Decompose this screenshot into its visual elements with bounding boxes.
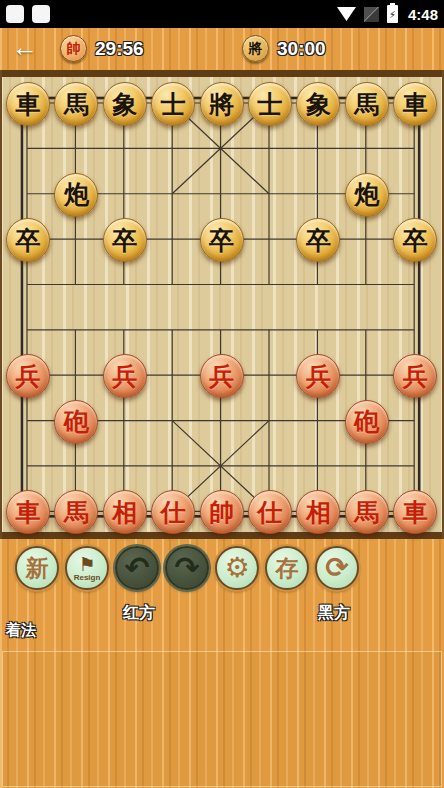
red-soldier[interactable]: 兵 xyxy=(393,354,437,398)
red-clock-time: 29:56 xyxy=(95,38,144,60)
redo-button[interactable]: ↷ xyxy=(165,546,209,590)
red-side-label: 红方 xyxy=(123,603,155,624)
black-advisor[interactable]: 士 xyxy=(248,82,292,126)
toolbar: 新⚑Resign↶↷⚙存⟳ xyxy=(15,546,359,590)
black-cannon[interactable]: 炮 xyxy=(345,173,389,217)
red-advisor[interactable]: 仕 xyxy=(151,490,195,534)
black-general[interactable]: 將 xyxy=(200,82,244,126)
black-horse[interactable]: 馬 xyxy=(345,82,389,126)
red-chariot[interactable]: 車 xyxy=(6,490,50,534)
black-soldier[interactable]: 卒 xyxy=(393,218,437,262)
save-button[interactable]: 存 xyxy=(265,546,309,590)
notification-icon xyxy=(32,5,50,23)
red-soldier[interactable]: 兵 xyxy=(200,354,244,398)
black-general-icon: 將 xyxy=(242,35,269,62)
red-cannon[interactable]: 砲 xyxy=(345,400,389,444)
black-advisor[interactable]: 士 xyxy=(151,82,195,126)
header-bar: ← 帥 29:56 將 30:00 xyxy=(0,28,444,70)
black-soldier[interactable]: 卒 xyxy=(296,218,340,262)
wifi-icon xyxy=(337,7,356,21)
back-button[interactable]: ← xyxy=(12,32,38,63)
app-screen: ⚡ 4:48 ← 帥 29:56 將 30:00 車馬象士將士象馬車炮炮卒卒卒卒… xyxy=(0,0,444,788)
notification-icon xyxy=(6,5,24,23)
red-general[interactable]: 帥 xyxy=(200,490,244,534)
red-soldier[interactable]: 兵 xyxy=(103,354,147,398)
black-soldier[interactable]: 卒 xyxy=(200,218,244,262)
pieces-layer: 車馬象士將士象馬車炮炮卒卒卒卒卒兵兵兵兵兵砲砲車馬相仕帥仕相馬車 xyxy=(0,70,444,539)
black-clock-time: 30:00 xyxy=(277,38,326,60)
black-chariot[interactable]: 車 xyxy=(393,82,437,126)
black-clock: 將 30:00 xyxy=(242,35,326,62)
black-side-label: 黑方 xyxy=(318,603,350,624)
move-list-panel[interactable] xyxy=(2,651,442,787)
undo-button[interactable]: ↶ xyxy=(115,546,159,590)
moves-label: 着法 xyxy=(6,621,36,640)
resign-button[interactable]: ⚑Resign xyxy=(65,546,109,590)
red-soldier[interactable]: 兵 xyxy=(296,354,340,398)
black-chariot[interactable]: 車 xyxy=(6,82,50,126)
red-elephant[interactable]: 相 xyxy=(296,490,340,534)
black-soldier[interactable]: 卒 xyxy=(6,218,50,262)
black-horse[interactable]: 馬 xyxy=(54,82,98,126)
no-signal-icon xyxy=(364,7,379,22)
black-elephant[interactable]: 象 xyxy=(103,82,147,126)
red-general-icon: 帥 xyxy=(60,35,87,62)
refresh-button[interactable]: ⟳ xyxy=(315,546,359,590)
red-chariot[interactable]: 車 xyxy=(393,490,437,534)
black-elephant[interactable]: 象 xyxy=(296,82,340,126)
battery-charging-icon: ⚡ xyxy=(387,5,398,23)
status-bar: ⚡ 4:48 xyxy=(0,0,444,28)
red-cannon[interactable]: 砲 xyxy=(54,400,98,444)
red-advisor[interactable]: 仕 xyxy=(248,490,292,534)
red-horse[interactable]: 馬 xyxy=(345,490,389,534)
red-horse[interactable]: 馬 xyxy=(54,490,98,534)
red-soldier[interactable]: 兵 xyxy=(6,354,50,398)
black-soldier[interactable]: 卒 xyxy=(103,218,147,262)
new-game-button[interactable]: 新 xyxy=(15,546,59,590)
status-time: 4:48 xyxy=(408,6,438,23)
xiangqi-board[interactable]: 車馬象士將士象馬車炮炮卒卒卒卒卒兵兵兵兵兵砲砲車馬相仕帥仕相馬車 xyxy=(0,70,444,539)
red-clock: 帥 29:56 xyxy=(60,35,144,62)
black-cannon[interactable]: 炮 xyxy=(54,173,98,217)
settings-button[interactable]: ⚙ xyxy=(215,546,259,590)
red-elephant[interactable]: 相 xyxy=(103,490,147,534)
